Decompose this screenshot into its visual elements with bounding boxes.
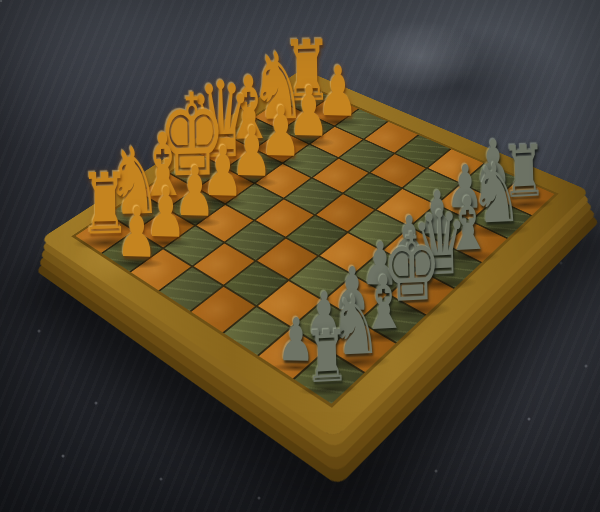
board-grid (75, 85, 554, 404)
dust-specks (0, 0, 2, 2)
chess-board (40, 69, 589, 439)
photo-scene: ♜♞♝♛♚♝♞♜♟♟♟♟♟♟♟♟♟♟♟♟♟♟♟♟♜♞♝♛♚♝♞♜ (0, 0, 600, 512)
board-rail (40, 69, 589, 439)
